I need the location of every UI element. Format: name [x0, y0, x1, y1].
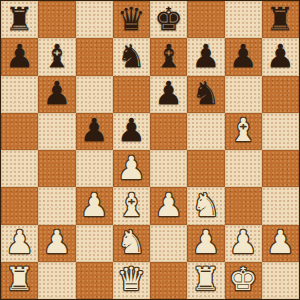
square-c2[interactable] [76, 225, 113, 262]
square-b5[interactable] [38, 113, 75, 150]
black-knight-d7[interactable]: ♞ [117, 40, 146, 72]
black-pawn-e6[interactable]: ♟ [154, 77, 183, 109]
white-pawn-h2[interactable]: ♟ [266, 226, 295, 258]
square-d2[interactable]: ♞ [113, 225, 150, 262]
square-g3[interactable] [225, 187, 262, 224]
square-g1[interactable]: ♚ [225, 262, 262, 299]
square-g2[interactable]: ♟ [225, 225, 262, 262]
square-h1[interactable] [262, 262, 299, 299]
white-pawn-c3[interactable]: ♟ [80, 189, 109, 221]
square-b3[interactable] [38, 187, 75, 224]
square-b2[interactable]: ♟ [38, 225, 75, 262]
square-c8[interactable] [76, 1, 113, 38]
white-rook-a1[interactable]: ♜ [5, 263, 34, 295]
square-c5[interactable]: ♟ [76, 113, 113, 150]
square-h6[interactable] [262, 76, 299, 113]
square-d1[interactable]: ♛ [113, 262, 150, 299]
square-f7[interactable]: ♟ [187, 38, 224, 75]
square-e2[interactable] [150, 225, 187, 262]
square-d4[interactable]: ♟ [113, 150, 150, 187]
white-pawn-f2[interactable]: ♟ [192, 226, 221, 258]
black-queen-d8[interactable]: ♛ [117, 3, 146, 35]
square-h7[interactable]: ♟ [262, 38, 299, 75]
white-pawn-e3[interactable]: ♟ [154, 189, 183, 221]
white-knight-d2[interactable]: ♞ [117, 226, 146, 258]
square-c1[interactable] [76, 262, 113, 299]
black-pawn-d5[interactable]: ♟ [117, 114, 146, 146]
white-bishop-g5[interactable]: ♝ [229, 114, 258, 146]
chess-board: ♜♛♚♜♟♝♞♝♟♟♟♟♟♞♟♟♝♟♟♝♟♞♟♟♞♟♟♟♜♛♜♚ [1, 1, 299, 299]
square-f4[interactable] [187, 150, 224, 187]
white-queen-d1[interactable]: ♛ [117, 263, 146, 295]
square-a5[interactable] [1, 113, 38, 150]
square-f5[interactable] [187, 113, 224, 150]
square-h4[interactable] [262, 150, 299, 187]
square-b4[interactable] [38, 150, 75, 187]
square-e5[interactable] [150, 113, 187, 150]
square-d5[interactable]: ♟ [113, 113, 150, 150]
black-king-e8[interactable]: ♚ [154, 3, 183, 35]
square-a1[interactable]: ♜ [1, 262, 38, 299]
square-f1[interactable]: ♜ [187, 262, 224, 299]
black-pawn-c5[interactable]: ♟ [80, 114, 109, 146]
black-rook-a8[interactable]: ♜ [5, 3, 34, 35]
black-bishop-b7[interactable]: ♝ [43, 40, 72, 72]
square-e8[interactable]: ♚ [150, 1, 187, 38]
black-pawn-b6[interactable]: ♟ [43, 77, 72, 109]
square-a6[interactable] [1, 76, 38, 113]
white-knight-f3[interactable]: ♞ [192, 189, 221, 221]
black-pawn-f7[interactable]: ♟ [192, 40, 221, 72]
black-pawn-g7[interactable]: ♟ [229, 40, 258, 72]
white-king-g1[interactable]: ♚ [229, 263, 258, 295]
square-h5[interactable] [262, 113, 299, 150]
white-pawn-g2[interactable]: ♟ [229, 226, 258, 258]
square-g6[interactable] [225, 76, 262, 113]
square-g4[interactable] [225, 150, 262, 187]
square-b1[interactable] [38, 262, 75, 299]
square-c7[interactable] [76, 38, 113, 75]
square-g5[interactable]: ♝ [225, 113, 262, 150]
square-c6[interactable] [76, 76, 113, 113]
square-h2[interactable]: ♟ [262, 225, 299, 262]
square-e4[interactable] [150, 150, 187, 187]
square-a8[interactable]: ♜ [1, 1, 38, 38]
white-pawn-b2[interactable]: ♟ [43, 226, 72, 258]
square-f6[interactable]: ♞ [187, 76, 224, 113]
square-b6[interactable]: ♟ [38, 76, 75, 113]
square-f8[interactable] [187, 1, 224, 38]
square-a7[interactable]: ♟ [1, 38, 38, 75]
square-d6[interactable] [113, 76, 150, 113]
square-h3[interactable] [262, 187, 299, 224]
square-a3[interactable] [1, 187, 38, 224]
chess-board-frame: ♜♛♚♜♟♝♞♝♟♟♟♟♟♞♟♟♝♟♟♝♟♞♟♟♞♟♟♟♜♛♜♚ [0, 0, 300, 300]
square-b7[interactable]: ♝ [38, 38, 75, 75]
square-d7[interactable]: ♞ [113, 38, 150, 75]
white-bishop-d3[interactable]: ♝ [117, 189, 146, 221]
square-d3[interactable]: ♝ [113, 187, 150, 224]
square-a2[interactable]: ♟ [1, 225, 38, 262]
square-b8[interactable] [38, 1, 75, 38]
black-pawn-h7[interactable]: ♟ [266, 40, 295, 72]
square-e7[interactable]: ♝ [150, 38, 187, 75]
square-f3[interactable]: ♞ [187, 187, 224, 224]
white-rook-f1[interactable]: ♜ [192, 263, 221, 295]
black-knight-f6[interactable]: ♞ [192, 77, 221, 109]
black-bishop-e7[interactable]: ♝ [154, 40, 183, 72]
square-e6[interactable]: ♟ [150, 76, 187, 113]
square-e3[interactable]: ♟ [150, 187, 187, 224]
white-pawn-d4[interactable]: ♟ [117, 152, 146, 184]
square-f2[interactable]: ♟ [187, 225, 224, 262]
square-a4[interactable] [1, 150, 38, 187]
white-pawn-a2[interactable]: ♟ [5, 226, 34, 258]
square-g8[interactable] [225, 1, 262, 38]
black-rook-h8[interactable]: ♜ [266, 3, 295, 35]
square-d8[interactable]: ♛ [113, 1, 150, 38]
square-h8[interactable]: ♜ [262, 1, 299, 38]
square-g7[interactable]: ♟ [225, 38, 262, 75]
square-c4[interactable] [76, 150, 113, 187]
black-pawn-a7[interactable]: ♟ [5, 40, 34, 72]
square-e1[interactable] [150, 262, 187, 299]
square-c3[interactable]: ♟ [76, 187, 113, 224]
